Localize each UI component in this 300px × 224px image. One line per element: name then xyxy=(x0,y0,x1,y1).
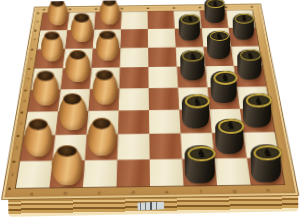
dark-checker-piece[interactable]: ♞ xyxy=(204,0,224,23)
dark-checker-piece[interactable]: ♞ xyxy=(180,50,205,80)
photo-scene: abcdefgh 87654321 ♞♞♞♞♞♞♞♞♞♞♞♞ xyxy=(0,0,300,224)
light-checker-piece[interactable] xyxy=(92,70,118,104)
knight-emblem-icon: ♞ xyxy=(193,96,202,106)
knight-emblem-icon: ♞ xyxy=(246,51,254,60)
dark-checker-piece[interactable]: ♞ xyxy=(182,94,210,128)
knight-emblem-icon: ♞ xyxy=(241,14,248,22)
dark-checker-piece[interactable]: ♞ xyxy=(184,146,215,184)
pieces-layer: ♞♞♞♞♞♞♞♞♞♞♞♞ xyxy=(0,0,300,224)
knight-emblem-icon: ♞ xyxy=(254,95,263,105)
gold-ring-top: ♞ xyxy=(207,0,225,8)
piece-top xyxy=(64,94,81,104)
dark-checker-piece[interactable]: ♞ xyxy=(210,71,236,103)
knight-emblem-icon: ♞ xyxy=(212,0,219,7)
knight-emblem-icon: ♞ xyxy=(226,121,236,132)
knight-emblem-icon: ♞ xyxy=(189,51,197,60)
gold-ring-top: ♞ xyxy=(235,13,254,23)
knight-emblem-icon: ♞ xyxy=(262,147,272,159)
light-checker-piece[interactable] xyxy=(100,0,120,25)
light-checker-piece[interactable] xyxy=(87,118,116,156)
dark-checker-piece[interactable]: ♞ xyxy=(215,118,244,154)
knight-emblem-icon: ♞ xyxy=(196,148,206,160)
light-checker-piece[interactable] xyxy=(52,145,83,185)
gold-ring-top: ♞ xyxy=(218,119,245,134)
light-checker-piece[interactable] xyxy=(41,31,64,61)
knight-emblem-icon: ♞ xyxy=(187,15,194,23)
light-checker-piece[interactable] xyxy=(59,93,87,129)
light-checker-piece[interactable] xyxy=(65,50,90,82)
knight-emblem-icon: ♞ xyxy=(221,73,230,83)
light-checker-piece[interactable] xyxy=(24,119,53,157)
piece-top xyxy=(100,31,114,39)
gold-ring-top: ♞ xyxy=(254,145,282,161)
light-checker-piece[interactable] xyxy=(96,30,119,60)
gold-ring-top: ♞ xyxy=(213,71,237,85)
light-checker-piece[interactable] xyxy=(33,71,59,105)
piece-top xyxy=(70,50,85,59)
dark-checker-piece[interactable]: ♞ xyxy=(237,49,262,79)
dark-checker-piece[interactable]: ♞ xyxy=(207,31,230,60)
dark-checker-piece[interactable]: ♞ xyxy=(233,13,255,40)
dark-checker-piece[interactable]: ♞ xyxy=(179,14,201,41)
piece-top xyxy=(29,120,47,130)
piece-top xyxy=(75,14,88,21)
dark-checker-piece[interactable]: ♞ xyxy=(243,93,271,127)
light-checker-piece[interactable] xyxy=(71,14,93,42)
dark-checker-piece[interactable]: ♞ xyxy=(250,145,281,183)
gold-ring-top: ♞ xyxy=(181,14,200,24)
light-checker-piece[interactable] xyxy=(47,0,67,25)
knight-emblem-icon: ♞ xyxy=(215,32,223,41)
gold-ring-top: ♞ xyxy=(187,146,215,162)
